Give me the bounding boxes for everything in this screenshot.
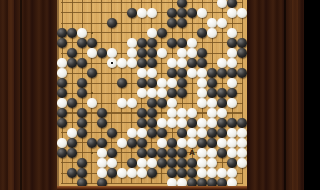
board-point[interactable]: [207, 38, 217, 48]
board-point[interactable]: [87, 118, 97, 128]
board-point[interactable]: [217, 0, 227, 8]
board-point[interactable]: [127, 8, 137, 18]
board-point[interactable]: [207, 108, 217, 118]
board-point[interactable]: [197, 58, 207, 68]
board-point[interactable]: [97, 48, 107, 58]
board-point[interactable]: [67, 68, 77, 78]
board-point[interactable]: [117, 68, 127, 78]
board-point[interactable]: [197, 138, 207, 148]
board-point[interactable]: [157, 128, 167, 138]
board-point[interactable]: [127, 68, 137, 78]
board-point[interactable]: [237, 48, 247, 58]
board-point[interactable]: [227, 38, 237, 48]
board-point[interactable]: [197, 0, 207, 8]
board-point[interactable]: [67, 168, 77, 178]
board-point[interactable]: [187, 78, 197, 88]
board-point[interactable]: [217, 78, 227, 88]
board-point[interactable]: [227, 78, 237, 88]
board-point[interactable]: [227, 68, 237, 78]
board-point[interactable]: [187, 108, 197, 118]
board-point[interactable]: [87, 0, 97, 8]
board-point[interactable]: [107, 148, 117, 158]
board-point[interactable]: [117, 88, 127, 98]
board-point[interactable]: [217, 38, 227, 48]
board-point[interactable]: [167, 98, 177, 108]
board-point[interactable]: [137, 18, 147, 28]
board-point[interactable]: [237, 148, 247, 158]
board-point[interactable]: [167, 128, 177, 138]
board-point[interactable]: [67, 48, 77, 58]
board-point[interactable]: [187, 18, 197, 28]
board-point[interactable]: [157, 98, 167, 108]
board-point[interactable]: [197, 28, 207, 38]
board-point[interactable]: [147, 98, 157, 108]
board-point[interactable]: [127, 38, 137, 48]
board-point[interactable]: [227, 18, 237, 28]
board-point[interactable]: [167, 8, 177, 18]
board-point[interactable]: [137, 8, 147, 18]
board-point[interactable]: [167, 108, 177, 118]
board-point[interactable]: [147, 128, 157, 138]
board-point[interactable]: [127, 88, 137, 98]
board-point[interactable]: [237, 128, 247, 138]
board-point[interactable]: [67, 108, 77, 118]
board-point[interactable]: [67, 18, 77, 28]
board-point[interactable]: [117, 128, 127, 138]
board-point[interactable]: [97, 8, 107, 18]
board-point[interactable]: [137, 48, 147, 58]
board-point[interactable]: [137, 158, 147, 168]
board-point[interactable]: [187, 98, 197, 108]
board-point[interactable]: [197, 78, 207, 88]
board-point[interactable]: [227, 8, 237, 18]
board-point[interactable]: [157, 28, 167, 38]
board-point[interactable]: [227, 58, 237, 68]
board-point[interactable]: [87, 128, 97, 138]
board-point[interactable]: [217, 168, 227, 178]
board-point[interactable]: [67, 148, 77, 158]
board-point[interactable]: [207, 158, 217, 168]
board-point[interactable]: [157, 38, 167, 48]
board-point[interactable]: [167, 38, 177, 48]
board-point[interactable]: [137, 98, 147, 108]
board-point[interactable]: [97, 128, 107, 138]
board-point[interactable]: [77, 28, 87, 38]
board-point[interactable]: [167, 18, 177, 28]
board-point[interactable]: [157, 138, 167, 148]
board-point[interactable]: [227, 48, 237, 58]
board-point[interactable]: [87, 28, 97, 38]
board-point[interactable]: [87, 108, 97, 118]
board-point[interactable]: [157, 58, 167, 68]
board-point[interactable]: [67, 58, 77, 68]
board-point[interactable]: [117, 158, 127, 168]
board-point[interactable]: [67, 118, 77, 128]
board-point[interactable]: [197, 158, 207, 168]
board-point[interactable]: [107, 98, 117, 108]
board-point[interactable]: [127, 108, 137, 118]
board-point[interactable]: [177, 148, 187, 158]
board-point[interactable]: [87, 68, 97, 78]
board-point[interactable]: [227, 148, 237, 158]
board-point[interactable]: [167, 118, 177, 128]
board-point[interactable]: [237, 138, 247, 148]
board-point[interactable]: [127, 128, 137, 138]
board-point[interactable]: [147, 68, 157, 78]
board-point[interactable]: [107, 168, 117, 178]
board-point[interactable]: [177, 158, 187, 168]
board-point[interactable]: [97, 58, 107, 68]
board-point[interactable]: [117, 138, 127, 148]
board-point[interactable]: [197, 98, 207, 108]
board-point[interactable]: [237, 38, 247, 48]
board-point[interactable]: [177, 58, 187, 68]
board-point[interactable]: [87, 8, 97, 18]
board-point[interactable]: [57, 148, 67, 158]
board-point[interactable]: [137, 0, 147, 8]
board-point[interactable]: [187, 158, 197, 168]
board-point[interactable]: [117, 38, 127, 48]
board-point[interactable]: [127, 78, 137, 88]
board-point[interactable]: [177, 38, 187, 48]
board-point[interactable]: [177, 168, 187, 178]
board-point[interactable]: [187, 48, 197, 58]
board-point[interactable]: [167, 28, 177, 38]
board-point[interactable]: [107, 0, 117, 8]
board-point[interactable]: [217, 98, 227, 108]
board-point[interactable]: [107, 68, 117, 78]
board-point[interactable]: [97, 108, 107, 118]
board-point[interactable]: [217, 48, 227, 58]
board-point[interactable]: [107, 118, 117, 128]
board-point[interactable]: [87, 58, 97, 68]
board-point[interactable]: [167, 158, 177, 168]
board-point[interactable]: [207, 18, 217, 28]
board-point[interactable]: [137, 168, 147, 178]
board-point[interactable]: [77, 8, 87, 18]
board-point[interactable]: [147, 108, 157, 118]
board-point[interactable]: [177, 18, 187, 28]
board-point[interactable]: [227, 0, 237, 8]
board-point[interactable]: [177, 88, 187, 98]
board-point[interactable]: [117, 8, 127, 18]
board-point[interactable]: [187, 28, 197, 38]
board-point[interactable]: [147, 58, 157, 68]
board-point[interactable]: [87, 78, 97, 88]
board-point[interactable]: [197, 18, 207, 28]
board-point[interactable]: [227, 138, 237, 148]
board-point[interactable]: [187, 38, 197, 48]
board-point[interactable]: [207, 98, 217, 108]
board-point[interactable]: [77, 108, 87, 118]
board-point[interactable]: [217, 138, 227, 148]
board-point[interactable]: [227, 28, 237, 38]
board-point[interactable]: [67, 28, 77, 38]
board-point[interactable]: [217, 158, 227, 168]
board-point[interactable]: [217, 28, 227, 38]
board-point[interactable]: [77, 18, 87, 28]
board-point[interactable]: [77, 88, 87, 98]
board-point[interactable]: [77, 38, 87, 48]
board-point[interactable]: [87, 138, 97, 148]
board-point[interactable]: [187, 8, 197, 18]
board-point[interactable]: [127, 28, 137, 38]
board-point[interactable]: [197, 108, 207, 118]
board-point[interactable]: [97, 148, 107, 158]
board-point[interactable]: [67, 128, 77, 138]
board-point[interactable]: [207, 0, 217, 8]
board-point[interactable]: [207, 138, 217, 148]
board-point[interactable]: [67, 38, 77, 48]
board-point[interactable]: [77, 158, 87, 168]
board-point[interactable]: [187, 58, 197, 68]
board-point[interactable]: [127, 98, 137, 108]
board-point[interactable]: [67, 78, 77, 88]
board-point[interactable]: [97, 118, 107, 128]
board-point[interactable]: [87, 18, 97, 28]
board-point[interactable]: [127, 0, 137, 8]
board-point[interactable]: [147, 38, 157, 48]
board-point[interactable]: [217, 18, 227, 28]
board-point[interactable]: [107, 138, 117, 148]
board-point[interactable]: [117, 98, 127, 108]
board-point[interactable]: [77, 138, 87, 148]
board-point[interactable]: [67, 88, 77, 98]
board-point[interactable]: [97, 68, 107, 78]
board-point[interactable]: [87, 158, 97, 168]
board-point[interactable]: [77, 0, 87, 8]
board-point[interactable]: [157, 158, 167, 168]
point-label-A[interactable]: A: [187, 148, 197, 158]
board-point[interactable]: [57, 78, 67, 88]
board-point[interactable]: [57, 108, 67, 118]
board-point[interactable]: [237, 118, 247, 128]
board-point[interactable]: [57, 118, 67, 128]
board-point[interactable]: [87, 38, 97, 48]
board-point[interactable]: [167, 88, 177, 98]
board-point[interactable]: [147, 0, 157, 8]
board-point[interactable]: [217, 128, 227, 138]
board-point[interactable]: [67, 158, 77, 168]
board-point[interactable]: [147, 48, 157, 58]
board-point[interactable]: [207, 28, 217, 38]
board-point[interactable]: [117, 108, 127, 118]
board-point[interactable]: [157, 88, 167, 98]
go-board[interactable]: A: [57, 0, 247, 190]
board-point[interactable]: [207, 88, 217, 98]
board-point[interactable]: [177, 78, 187, 88]
board-point[interactable]: [107, 38, 117, 48]
board-point[interactable]: [207, 48, 217, 58]
board-point[interactable]: [107, 8, 117, 18]
board-point[interactable]: [197, 88, 207, 98]
board-point[interactable]: [137, 108, 147, 118]
board-point[interactable]: [147, 8, 157, 18]
board-point[interactable]: [187, 138, 197, 148]
board-point[interactable]: [117, 58, 127, 68]
board-point[interactable]: [107, 88, 117, 98]
board-point[interactable]: [97, 38, 107, 48]
board-point[interactable]: [97, 0, 107, 8]
board-point[interactable]: [157, 8, 167, 18]
board-point[interactable]: [167, 148, 177, 158]
board-point[interactable]: [77, 128, 87, 138]
board-point[interactable]: [177, 138, 187, 148]
board-point[interactable]: [127, 148, 137, 158]
board-point[interactable]: [177, 128, 187, 138]
board-point[interactable]: [117, 18, 127, 28]
board-point[interactable]: [197, 168, 207, 178]
board-point[interactable]: [107, 18, 117, 28]
board-point[interactable]: [197, 68, 207, 78]
board-point[interactable]: [77, 78, 87, 88]
board-point[interactable]: [197, 118, 207, 128]
board-point[interactable]: [177, 98, 187, 108]
board-point[interactable]: [107, 78, 117, 88]
board-point[interactable]: [127, 158, 137, 168]
board-point[interactable]: [227, 168, 237, 178]
board-point[interactable]: [77, 168, 87, 178]
board-point[interactable]: [207, 58, 217, 68]
board-point[interactable]: [237, 158, 247, 168]
board-point[interactable]: [177, 28, 187, 38]
board-point[interactable]: [97, 18, 107, 28]
board-point[interactable]: [227, 118, 237, 128]
board-point[interactable]: [157, 48, 167, 58]
board-point[interactable]: [137, 118, 147, 128]
board-point[interactable]: [147, 88, 157, 98]
board-point[interactable]: [147, 118, 157, 128]
board-point[interactable]: [97, 88, 107, 98]
board-point[interactable]: [157, 168, 167, 178]
board-point[interactable]: [77, 68, 87, 78]
board-point[interactable]: [147, 28, 157, 38]
board-point[interactable]: [217, 88, 227, 98]
board-point[interactable]: [157, 108, 167, 118]
board-point[interactable]: [137, 88, 147, 98]
board-point[interactable]: [227, 158, 237, 168]
board-point[interactable]: [217, 148, 227, 158]
board-point[interactable]: [157, 148, 167, 158]
board-point[interactable]: [57, 138, 67, 148]
board-point[interactable]: [87, 148, 97, 158]
board-point[interactable]: [207, 148, 217, 158]
board-point[interactable]: [227, 128, 237, 138]
board-point[interactable]: [167, 68, 177, 78]
board-point[interactable]: [207, 8, 217, 18]
board-point[interactable]: [237, 68, 247, 78]
board-point[interactable]: [167, 138, 177, 148]
board-point[interactable]: [147, 168, 157, 178]
board-point[interactable]: [137, 138, 147, 148]
board-point[interactable]: [97, 98, 107, 108]
board-point[interactable]: [117, 168, 127, 178]
board-point[interactable]: [207, 168, 217, 178]
board-point[interactable]: [177, 108, 187, 118]
board-point[interactable]: [197, 8, 207, 18]
board-point[interactable]: [157, 18, 167, 28]
board-point[interactable]: [207, 118, 217, 128]
board-point[interactable]: [97, 138, 107, 148]
board-point[interactable]: [167, 58, 177, 68]
board-point[interactable]: [117, 0, 127, 8]
board-point[interactable]: [157, 78, 167, 88]
board-point[interactable]: [57, 38, 67, 48]
board-point[interactable]: [177, 118, 187, 128]
board-point[interactable]: [117, 78, 127, 88]
board-point[interactable]: [187, 68, 197, 78]
board-point[interactable]: [217, 108, 227, 118]
board-point[interactable]: [177, 48, 187, 58]
board-point[interactable]: [217, 118, 227, 128]
board-point[interactable]: [57, 68, 67, 78]
board-point[interactable]: [107, 158, 117, 168]
board-point[interactable]: [77, 98, 87, 108]
board-point[interactable]: [137, 28, 147, 38]
board-point[interactable]: [147, 148, 157, 158]
board-point[interactable]: [57, 58, 67, 68]
board-point[interactable]: [157, 68, 167, 78]
board-point[interactable]: [67, 8, 77, 18]
board-point[interactable]: [137, 148, 147, 158]
board-point[interactable]: [167, 78, 177, 88]
board-point[interactable]: [137, 58, 147, 68]
board-point[interactable]: [87, 98, 97, 108]
board-point[interactable]: [197, 38, 207, 48]
board-point[interactable]: [107, 48, 117, 58]
board-point[interactable]: [217, 8, 227, 18]
board-point[interactable]: [87, 168, 97, 178]
board-point[interactable]: [177, 0, 187, 8]
board-point[interactable]: [67, 98, 77, 108]
board-point[interactable]: [217, 58, 227, 68]
board-point[interactable]: [107, 28, 117, 38]
board-point[interactable]: [87, 48, 97, 58]
board-point[interactable]: [227, 88, 237, 98]
board-point[interactable]: [57, 28, 67, 38]
board-point[interactable]: [77, 148, 87, 158]
board-point[interactable]: [107, 58, 117, 68]
board-point[interactable]: [117, 48, 127, 58]
board-point[interactable]: [187, 0, 197, 8]
board-point[interactable]: [227, 108, 237, 118]
board-point[interactable]: [97, 78, 107, 88]
board-point[interactable]: [107, 108, 117, 118]
board-point[interactable]: [57, 88, 67, 98]
board-point[interactable]: [207, 78, 217, 88]
board-point[interactable]: [167, 48, 177, 58]
board-point[interactable]: [127, 118, 137, 128]
board-point[interactable]: [97, 158, 107, 168]
board-point[interactable]: [147, 78, 157, 88]
board-point[interactable]: [157, 118, 167, 128]
board-point[interactable]: [137, 68, 147, 78]
board-point[interactable]: [197, 148, 207, 158]
board-point[interactable]: [117, 118, 127, 128]
board-point[interactable]: [67, 0, 77, 8]
board-point[interactable]: [107, 128, 117, 138]
board-point[interactable]: [127, 168, 137, 178]
board-point[interactable]: [137, 128, 147, 138]
board-point[interactable]: [137, 78, 147, 88]
board-point[interactable]: [127, 48, 137, 58]
board-point[interactable]: [167, 0, 177, 8]
board-point[interactable]: [127, 18, 137, 28]
board-point[interactable]: [227, 98, 237, 108]
board-point[interactable]: [237, 8, 247, 18]
board-point[interactable]: [117, 148, 127, 158]
board-point[interactable]: [187, 168, 197, 178]
